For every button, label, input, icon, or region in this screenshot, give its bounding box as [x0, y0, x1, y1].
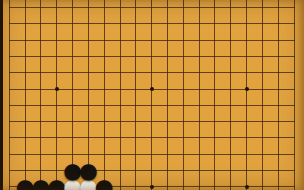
stone-black[interactable]: ●	[96, 179, 112, 190]
go-board[interactable]: ●●●●●●●●	[1, 0, 302, 190]
go-video-frame: ●●●●●●●●	[0, 0, 304, 190]
stone-black[interactable]: ●	[80, 162, 96, 178]
